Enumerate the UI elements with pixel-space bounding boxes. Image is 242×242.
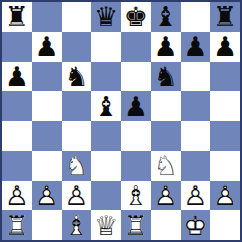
square-h4[interactable]	[210, 121, 240, 151]
black-pawn-icon: ♟	[32, 32, 62, 62]
black-pawn-icon: ♟	[151, 32, 181, 62]
square-d2[interactable]	[91, 181, 121, 211]
piece-black-bishop: ♝	[91, 91, 121, 121]
square-e7[interactable]	[121, 32, 151, 62]
square-e3[interactable]	[121, 151, 151, 181]
square-c4[interactable]	[62, 121, 92, 151]
piece-black-pawn: ♟	[32, 32, 62, 62]
white-knight-icon: ♞	[62, 151, 92, 181]
piece-black-pawn: ♟	[210, 32, 240, 62]
square-h7[interactable]: ♟	[210, 32, 240, 62]
chess-board: ♜♛♚♝♜♟♟♟♟♟♞♞♝♟♞♘♞♘♟♙♟♙♟♙♝♗♟♙♟♙♟♙♜♖♝♗♛♕♜♖…	[0, 0, 242, 242]
piece-black-rook: ♜	[210, 2, 240, 32]
piece-black-king: ♚	[121, 2, 151, 32]
piece-white-pawn: ♟♙	[2, 181, 32, 211]
white-pawn-icon: ♟	[2, 181, 32, 211]
square-b8[interactable]	[32, 2, 62, 32]
piece-black-pawn: ♟	[121, 91, 151, 121]
square-f7[interactable]: ♟	[151, 32, 181, 62]
white-king-outline-icon: ♔	[181, 210, 211, 240]
square-b1[interactable]	[32, 210, 62, 240]
piece-white-queen: ♛♕	[91, 210, 121, 240]
white-pawn-icon: ♟	[210, 181, 240, 211]
square-g3[interactable]	[181, 151, 211, 181]
square-d4[interactable]	[91, 121, 121, 151]
square-d5[interactable]: ♝	[91, 91, 121, 121]
piece-white-rook: ♜♖	[121, 210, 151, 240]
square-d8[interactable]: ♛	[91, 2, 121, 32]
square-g6[interactable]	[181, 62, 211, 92]
white-rook-icon: ♜	[2, 210, 32, 240]
black-knight-icon: ♞	[151, 62, 181, 92]
square-f2[interactable]: ♟♙	[151, 181, 181, 211]
square-c1[interactable]: ♝♗	[62, 210, 92, 240]
piece-white-pawn: ♟♙	[210, 181, 240, 211]
square-f5[interactable]	[151, 91, 181, 121]
white-pawn-icon: ♟	[62, 181, 92, 211]
square-h1[interactable]	[210, 210, 240, 240]
square-e1[interactable]: ♜♖	[121, 210, 151, 240]
square-g5[interactable]	[181, 91, 211, 121]
piece-white-knight: ♞♘	[62, 151, 92, 181]
square-a8[interactable]: ♜	[2, 2, 32, 32]
black-pawn-icon: ♟	[2, 62, 32, 92]
square-f4[interactable]	[151, 121, 181, 151]
square-a6[interactable]: ♟	[2, 62, 32, 92]
white-bishop-outline-icon: ♗	[62, 210, 92, 240]
white-pawn-outline-icon: ♙	[32, 181, 62, 211]
piece-white-pawn: ♟♙	[62, 181, 92, 211]
piece-black-bishop: ♝	[151, 2, 181, 32]
square-a4[interactable]	[2, 121, 32, 151]
square-e5[interactable]: ♟	[121, 91, 151, 121]
black-bishop-icon: ♝	[151, 2, 181, 32]
black-rook-icon: ♜	[2, 2, 32, 32]
piece-white-rook: ♜♖	[2, 210, 32, 240]
square-f6[interactable]: ♞	[151, 62, 181, 92]
white-pawn-icon: ♟	[32, 181, 62, 211]
square-a3[interactable]	[2, 151, 32, 181]
white-rook-icon: ♜	[121, 210, 151, 240]
square-g2[interactable]: ♟♙	[181, 181, 211, 211]
piece-black-pawn: ♟	[2, 62, 32, 92]
square-d6[interactable]	[91, 62, 121, 92]
piece-black-rook: ♜	[2, 2, 32, 32]
square-c5[interactable]	[62, 91, 92, 121]
black-pawn-icon: ♟	[181, 32, 211, 62]
square-d3[interactable]	[91, 151, 121, 181]
square-c3[interactable]: ♞♘	[62, 151, 92, 181]
square-g7[interactable]: ♟	[181, 32, 211, 62]
black-bishop-icon: ♝	[91, 91, 121, 121]
white-pawn-outline-icon: ♙	[62, 181, 92, 211]
square-b6[interactable]	[32, 62, 62, 92]
white-bishop-icon: ♝	[62, 210, 92, 240]
white-queen-icon: ♛	[91, 210, 121, 240]
white-pawn-icon: ♟	[181, 181, 211, 211]
white-pawn-outline-icon: ♙	[2, 181, 32, 211]
square-g1[interactable]: ♚♔	[181, 210, 211, 240]
white-pawn-outline-icon: ♙	[210, 181, 240, 211]
square-e8[interactable]: ♚	[121, 2, 151, 32]
square-h6[interactable]	[210, 62, 240, 92]
square-b7[interactable]: ♟	[32, 32, 62, 62]
white-pawn-outline-icon: ♙	[181, 181, 211, 211]
square-b4[interactable]	[32, 121, 62, 151]
white-rook-outline-icon: ♖	[2, 210, 32, 240]
square-c6[interactable]: ♞	[62, 62, 92, 92]
piece-black-pawn: ♟	[181, 32, 211, 62]
piece-white-pawn: ♟♙	[181, 181, 211, 211]
square-f8[interactable]: ♝	[151, 2, 181, 32]
piece-white-king: ♚♔	[181, 210, 211, 240]
square-a2[interactable]: ♟♙	[2, 181, 32, 211]
square-c7[interactable]	[62, 32, 92, 62]
black-knight-icon: ♞	[62, 62, 92, 92]
black-rook-icon: ♜	[210, 2, 240, 32]
square-e2[interactable]: ♝♗	[121, 181, 151, 211]
black-king-icon: ♚	[121, 2, 151, 32]
white-knight-outline-icon: ♘	[151, 151, 181, 181]
square-c8[interactable]	[62, 2, 92, 32]
piece-black-pawn: ♟	[151, 32, 181, 62]
square-a7[interactable]	[2, 32, 32, 62]
square-h5[interactable]	[210, 91, 240, 121]
white-bishop-outline-icon: ♗	[121, 181, 151, 211]
square-h3[interactable]	[210, 151, 240, 181]
white-pawn-outline-icon: ♙	[151, 181, 181, 211]
piece-black-queen: ♛	[91, 2, 121, 32]
piece-white-bishop: ♝♗	[62, 210, 92, 240]
black-pawn-icon: ♟	[121, 91, 151, 121]
piece-white-knight: ♞♘	[151, 151, 181, 181]
square-a5[interactable]	[2, 91, 32, 121]
black-pawn-icon: ♟	[210, 32, 240, 62]
square-g4[interactable]	[181, 121, 211, 151]
black-queen-icon: ♛	[91, 2, 121, 32]
square-d7[interactable]	[91, 32, 121, 62]
square-c2[interactable]: ♟♙	[62, 181, 92, 211]
square-f3[interactable]: ♞♘	[151, 151, 181, 181]
piece-black-knight: ♞	[151, 62, 181, 92]
square-h2[interactable]: ♟♙	[210, 181, 240, 211]
white-knight-outline-icon: ♘	[62, 151, 92, 181]
white-queen-outline-icon: ♕	[91, 210, 121, 240]
square-e4[interactable]	[121, 121, 151, 151]
piece-white-bishop: ♝♗	[121, 181, 151, 211]
square-a1[interactable]: ♜♖	[2, 210, 32, 240]
white-knight-icon: ♞	[151, 151, 181, 181]
square-e6[interactable]	[121, 62, 151, 92]
piece-white-pawn: ♟♙	[151, 181, 181, 211]
piece-white-pawn: ♟♙	[32, 181, 62, 211]
white-pawn-icon: ♟	[151, 181, 181, 211]
piece-black-knight: ♞	[62, 62, 92, 92]
square-b5[interactable]	[32, 91, 62, 121]
white-rook-outline-icon: ♖	[121, 210, 151, 240]
square-b3[interactable]	[32, 151, 62, 181]
square-d1[interactable]: ♛♕	[91, 210, 121, 240]
square-g8[interactable]	[181, 2, 211, 32]
square-h8[interactable]: ♜	[210, 2, 240, 32]
white-king-icon: ♚	[181, 210, 211, 240]
square-b2[interactable]: ♟♙	[32, 181, 62, 211]
white-bishop-icon: ♝	[121, 181, 151, 211]
square-f1[interactable]	[151, 210, 181, 240]
